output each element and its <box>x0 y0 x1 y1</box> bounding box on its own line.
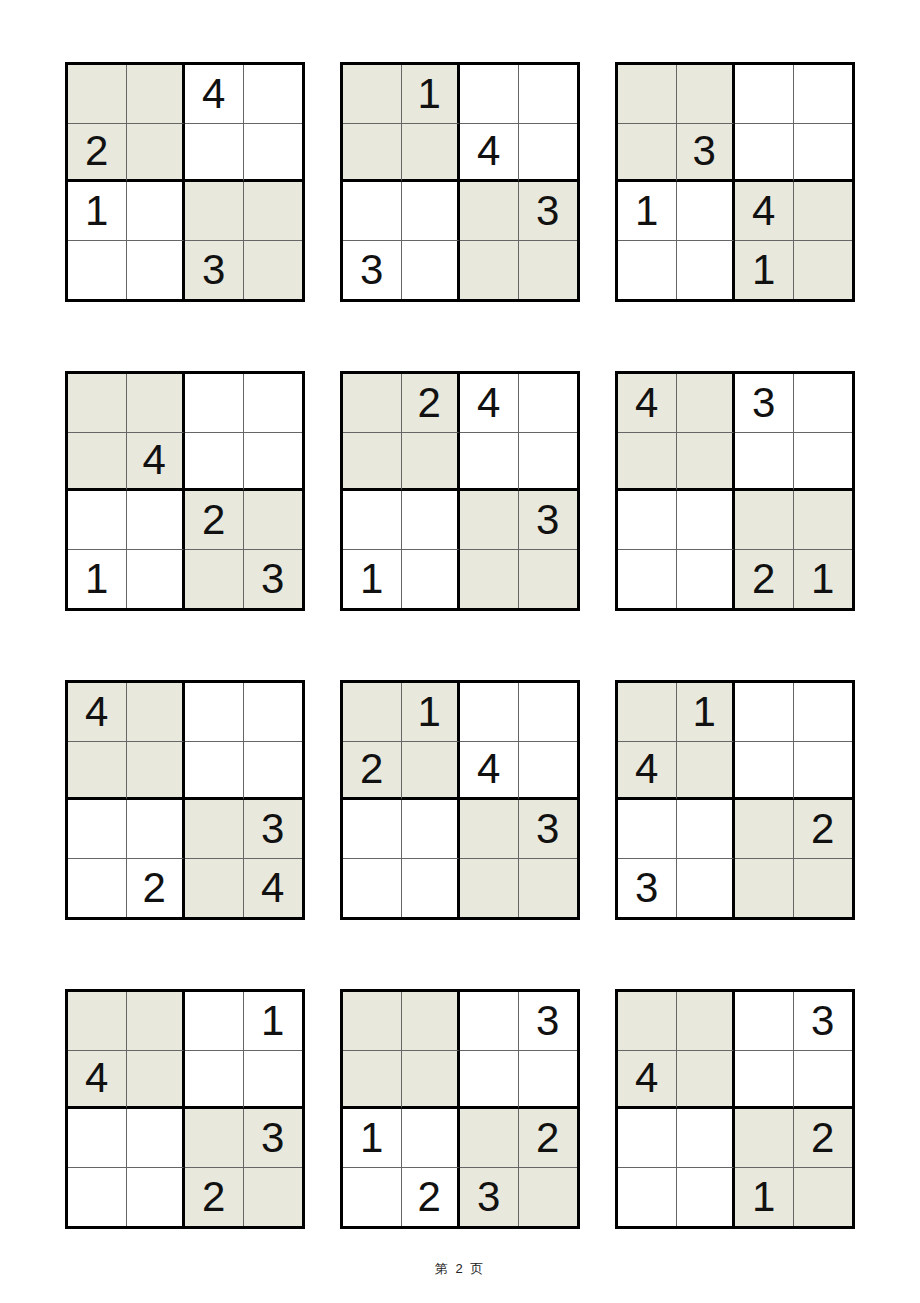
cell-r3c3 <box>185 182 244 241</box>
cell-r2c1: 2 <box>343 742 402 801</box>
cell-r1c1 <box>68 65 127 124</box>
cell-r1c1 <box>68 374 127 433</box>
cell-r4c3 <box>460 859 519 918</box>
cell-r4c4 <box>794 859 853 918</box>
cell-r3c1 <box>618 1109 677 1168</box>
cell-r4c4 <box>794 1168 853 1227</box>
puzzle-3: 3141 <box>615 62 855 302</box>
cell-r4c4 <box>519 859 578 918</box>
cell-r4c3: 1 <box>735 241 794 300</box>
cell-r3c1 <box>343 182 402 241</box>
cell-r1c2 <box>127 65 186 124</box>
cell-r1c2: 1 <box>677 683 736 742</box>
cell-r2c2 <box>402 742 461 801</box>
cell-r3c3 <box>460 491 519 550</box>
cell-r1c3 <box>185 683 244 742</box>
cell-r4c1 <box>343 1168 402 1227</box>
cell-r2c2 <box>402 433 461 492</box>
cell-r1c4 <box>519 374 578 433</box>
cell-r1c1 <box>68 992 127 1051</box>
cell-r4c4: 1 <box>794 550 853 609</box>
cell-r4c2 <box>677 550 736 609</box>
puzzle-2: 1433 <box>340 62 580 302</box>
cell-r1c2: 1 <box>402 65 461 124</box>
cell-r3c4: 3 <box>244 800 303 859</box>
cell-r3c4 <box>244 491 303 550</box>
cell-r4c4 <box>244 241 303 300</box>
cell-r1c3: 4 <box>460 374 519 433</box>
cell-r3c2 <box>127 1109 186 1168</box>
cell-r4c3: 1 <box>735 1168 794 1227</box>
cell-r4c2 <box>402 550 461 609</box>
cell-r3c2 <box>677 1109 736 1168</box>
cell-r3c3 <box>460 1109 519 1168</box>
cell-r1c1 <box>618 65 677 124</box>
cell-r3c1: 1 <box>343 1109 402 1168</box>
cell-r2c1 <box>618 124 677 183</box>
cell-r4c3 <box>185 859 244 918</box>
cell-r3c4 <box>794 491 853 550</box>
cell-r1c2 <box>402 992 461 1051</box>
cell-r1c3 <box>735 992 794 1051</box>
cell-r2c3 <box>185 1051 244 1110</box>
cell-r3c2 <box>402 1109 461 1168</box>
cell-r4c1 <box>618 550 677 609</box>
cell-r4c1 <box>618 241 677 300</box>
cell-r4c1 <box>618 1168 677 1227</box>
cell-r2c4 <box>244 742 303 801</box>
cell-r2c1: 2 <box>68 124 127 183</box>
cell-r3c2 <box>127 800 186 859</box>
cell-r4c1 <box>68 1168 127 1227</box>
cell-r3c1 <box>68 491 127 550</box>
cell-r1c3 <box>460 992 519 1051</box>
cell-r1c3 <box>185 374 244 433</box>
cell-r3c2 <box>127 182 186 241</box>
cell-r1c3 <box>460 65 519 124</box>
cell-r3c2 <box>677 182 736 241</box>
cell-r1c3 <box>735 683 794 742</box>
cell-r2c3 <box>735 742 794 801</box>
cell-r4c4: 4 <box>244 859 303 918</box>
cell-r1c4 <box>794 683 853 742</box>
puzzle-6: 4321 <box>615 371 855 611</box>
puzzle-12: 3421 <box>615 989 855 1229</box>
cell-r2c4 <box>794 742 853 801</box>
cell-r4c4 <box>519 241 578 300</box>
cell-r1c2 <box>127 683 186 742</box>
cell-r4c2: 2 <box>402 1168 461 1227</box>
cell-r1c1 <box>618 683 677 742</box>
puzzle-9: 1423 <box>615 680 855 920</box>
cell-r3c4: 3 <box>519 491 578 550</box>
cell-r1c2 <box>127 374 186 433</box>
cell-r3c4: 2 <box>794 800 853 859</box>
cell-r2c4 <box>519 433 578 492</box>
puzzle-4: 4213 <box>65 371 305 611</box>
cell-r3c3: 4 <box>735 182 794 241</box>
cell-r2c2: 3 <box>677 124 736 183</box>
cell-r2c1 <box>68 742 127 801</box>
cell-r2c3 <box>460 1051 519 1110</box>
cell-r1c4: 3 <box>794 992 853 1051</box>
cell-r4c1: 1 <box>68 550 127 609</box>
cell-r3c4: 3 <box>519 800 578 859</box>
cell-r1c3: 4 <box>185 65 244 124</box>
cell-r2c4 <box>244 433 303 492</box>
cell-r4c3 <box>735 859 794 918</box>
cell-r1c4 <box>244 683 303 742</box>
cell-r1c3 <box>735 65 794 124</box>
cell-r2c3: 4 <box>460 124 519 183</box>
cell-r2c1: 4 <box>618 1051 677 1110</box>
cell-r1c1: 4 <box>618 374 677 433</box>
cell-r1c4: 1 <box>244 992 303 1051</box>
cell-r2c1 <box>343 433 402 492</box>
cell-r3c4: 2 <box>519 1109 578 1168</box>
cell-r3c3 <box>460 800 519 859</box>
puzzle-7: 4324 <box>65 680 305 920</box>
cell-r4c4 <box>519 1168 578 1227</box>
cell-r4c1 <box>343 859 402 918</box>
cell-r1c3 <box>185 992 244 1051</box>
cell-r4c2 <box>127 550 186 609</box>
cell-r2c3 <box>185 433 244 492</box>
cell-r1c2: 2 <box>402 374 461 433</box>
cell-r2c4 <box>794 124 853 183</box>
cell-r4c2 <box>677 859 736 918</box>
cell-r1c1 <box>343 65 402 124</box>
cell-r3c2 <box>677 800 736 859</box>
cell-r3c2 <box>127 491 186 550</box>
cell-r1c3: 3 <box>735 374 794 433</box>
cell-r4c2 <box>127 1168 186 1227</box>
cell-r4c4 <box>244 1168 303 1227</box>
cell-r1c4 <box>244 65 303 124</box>
cell-r4c3 <box>185 550 244 609</box>
cell-r2c3 <box>735 433 794 492</box>
cell-r4c1 <box>68 859 127 918</box>
cell-r3c1 <box>343 491 402 550</box>
cell-r2c1: 4 <box>68 1051 127 1110</box>
cell-r4c2 <box>402 859 461 918</box>
cell-r4c3: 3 <box>460 1168 519 1227</box>
cell-r4c2 <box>127 241 186 300</box>
cell-r4c3: 3 <box>185 241 244 300</box>
cell-r3c2 <box>677 491 736 550</box>
cell-r3c1 <box>618 491 677 550</box>
cell-r1c4: 3 <box>519 992 578 1051</box>
cell-r1c1 <box>618 992 677 1051</box>
cell-r1c2: 1 <box>402 683 461 742</box>
cell-r3c2 <box>402 182 461 241</box>
cell-r1c2 <box>677 65 736 124</box>
cell-r2c4 <box>519 1051 578 1110</box>
cell-r2c4 <box>244 1051 303 1110</box>
cell-r1c4 <box>519 65 578 124</box>
cell-r3c4: 3 <box>244 1109 303 1168</box>
cell-r4c3: 2 <box>185 1168 244 1227</box>
cell-r1c4 <box>794 65 853 124</box>
cell-r2c4 <box>794 1051 853 1110</box>
cell-r3c1: 1 <box>68 182 127 241</box>
cell-r2c3: 4 <box>460 742 519 801</box>
cell-r4c4 <box>794 241 853 300</box>
cell-r4c1: 3 <box>618 859 677 918</box>
cell-r1c1 <box>343 992 402 1051</box>
cell-r4c3 <box>460 241 519 300</box>
cell-r2c4 <box>794 433 853 492</box>
cell-r3c4: 2 <box>794 1109 853 1168</box>
cell-r2c2: 4 <box>127 433 186 492</box>
cell-r3c3 <box>735 491 794 550</box>
cell-r2c2 <box>677 433 736 492</box>
cell-r1c3 <box>460 683 519 742</box>
puzzle-11: 31223 <box>340 989 580 1229</box>
cell-r2c2 <box>402 124 461 183</box>
cell-r2c1 <box>68 433 127 492</box>
cell-r3c1: 1 <box>618 182 677 241</box>
cell-r3c3 <box>735 1109 794 1168</box>
cell-r3c1 <box>618 800 677 859</box>
cell-r2c2 <box>127 742 186 801</box>
cell-r2c2 <box>677 742 736 801</box>
page-number: 第 2 页 <box>0 1260 920 1278</box>
cell-r2c2 <box>127 124 186 183</box>
puzzle-8: 1243 <box>340 680 580 920</box>
cell-r2c4 <box>519 742 578 801</box>
cell-r1c4 <box>244 374 303 433</box>
cell-r3c3 <box>185 800 244 859</box>
cell-r1c1 <box>343 374 402 433</box>
puzzle-5: 2431 <box>340 371 580 611</box>
cell-r4c3 <box>460 550 519 609</box>
cell-r1c1: 4 <box>68 683 127 742</box>
puzzle-1: 4213 <box>65 62 305 302</box>
cell-r3c3 <box>735 800 794 859</box>
cell-r3c2 <box>402 491 461 550</box>
cell-r2c3 <box>735 124 794 183</box>
cell-r4c3: 2 <box>735 550 794 609</box>
cell-r3c4: 3 <box>519 182 578 241</box>
worksheet-page: 4213 1433 3141 4213 2431 4321 4324 1243 … <box>0 0 920 1303</box>
cell-r2c4 <box>244 124 303 183</box>
cell-r1c4 <box>519 683 578 742</box>
cell-r3c3 <box>185 1109 244 1168</box>
cell-r4c1 <box>68 241 127 300</box>
cell-r3c1 <box>68 800 127 859</box>
cell-r1c1 <box>343 683 402 742</box>
puzzle-10: 1432 <box>65 989 305 1229</box>
cell-r2c1 <box>343 124 402 183</box>
cell-r2c2 <box>127 1051 186 1110</box>
cell-r3c3 <box>460 182 519 241</box>
cell-r4c1: 3 <box>343 241 402 300</box>
cell-r4c2 <box>402 241 461 300</box>
cell-r4c4: 3 <box>244 550 303 609</box>
cell-r3c3: 2 <box>185 491 244 550</box>
cell-r2c2 <box>677 1051 736 1110</box>
cell-r2c2 <box>402 1051 461 1110</box>
cell-r3c2 <box>402 800 461 859</box>
cell-r2c4 <box>519 124 578 183</box>
cell-r4c2: 2 <box>127 859 186 918</box>
cell-r4c1: 1 <box>343 550 402 609</box>
cell-r1c2 <box>677 992 736 1051</box>
cell-r4c4 <box>519 550 578 609</box>
cell-r2c3 <box>460 433 519 492</box>
cell-r2c1: 4 <box>618 742 677 801</box>
cell-r2c1 <box>343 1051 402 1110</box>
cell-r3c4 <box>244 182 303 241</box>
cell-r1c4 <box>794 374 853 433</box>
cell-r2c3 <box>185 124 244 183</box>
cell-r1c2 <box>127 992 186 1051</box>
cell-r2c3 <box>185 742 244 801</box>
cell-r4c2 <box>677 1168 736 1227</box>
cell-r4c2 <box>677 241 736 300</box>
puzzles-container: 4213 1433 3141 4213 2431 4321 4324 1243 … <box>65 62 855 1229</box>
cell-r3c1 <box>68 1109 127 1168</box>
cell-r3c4 <box>794 182 853 241</box>
cell-r2c1 <box>618 433 677 492</box>
cell-r3c1 <box>343 800 402 859</box>
cell-r1c2 <box>677 374 736 433</box>
cell-r2c3 <box>735 1051 794 1110</box>
